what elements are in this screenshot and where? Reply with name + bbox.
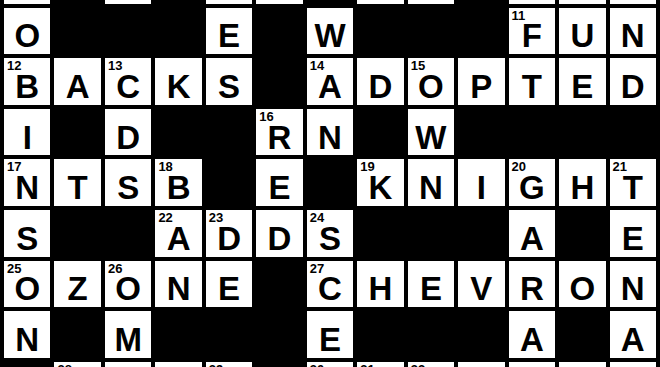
cell-r1c3 xyxy=(155,8,201,55)
cell-r4c10[interactable]: 20G xyxy=(509,159,555,206)
cell-r3c1 xyxy=(54,109,100,156)
cell-r7c0[interactable]: N xyxy=(4,311,50,358)
cell-r5c0[interactable]: S xyxy=(4,210,50,257)
cell-r6c6[interactable]: 27C xyxy=(307,261,353,308)
cell-r4c6 xyxy=(307,159,353,206)
cell-r2c6[interactable]: 14A xyxy=(307,58,353,105)
cell-r3c6[interactable]: N xyxy=(307,109,353,156)
cell-r2c12[interactable]: D xyxy=(610,58,656,105)
cell-r1c7 xyxy=(357,8,403,55)
cell-r6c8[interactable]: E xyxy=(408,261,454,308)
cell-r8c5 xyxy=(256,362,302,367)
cell-r3c8[interactable]: W xyxy=(408,109,454,156)
cell-r7c7 xyxy=(357,311,403,358)
cell-letter: V xyxy=(458,261,504,308)
cell-letter: D xyxy=(206,210,252,257)
cell-r6c7[interactable]: H xyxy=(357,261,403,308)
cell-letter: S xyxy=(206,58,252,105)
cell-r4c4 xyxy=(206,159,252,206)
cell-letter: R xyxy=(509,261,555,308)
cell-letter: A xyxy=(307,58,353,105)
cell-letter: O xyxy=(4,261,50,308)
cell-letter: E xyxy=(408,261,454,308)
cell-letter: N xyxy=(610,261,656,308)
crossword-puzzle: OEW11FUN12BA13CKS14AD15OPTEDID16RNW17NTS… xyxy=(0,0,660,367)
cell-letter: E xyxy=(256,159,302,206)
cell-r0c11[interactable] xyxy=(559,0,605,4)
cell-r8c10[interactable] xyxy=(509,362,555,367)
clue-number: 29 xyxy=(209,363,223,367)
cell-letter: S xyxy=(4,210,50,257)
cell-r3c0[interactable]: I xyxy=(4,109,50,156)
cell-letter: E xyxy=(307,311,353,358)
cell-letter: O xyxy=(105,261,151,308)
cell-r7c10[interactable]: A xyxy=(509,311,555,358)
cell-letter: B xyxy=(155,159,201,206)
cell-r5c4[interactable]: 23D xyxy=(206,210,252,257)
cell-r7c3 xyxy=(155,311,201,358)
cell-r7c5 xyxy=(256,311,302,358)
cell-r4c11[interactable]: H xyxy=(559,159,605,206)
cell-r1c11[interactable]: U xyxy=(559,8,605,55)
cell-letter: N xyxy=(610,8,656,55)
cell-r0c10[interactable] xyxy=(509,0,555,4)
cell-r0c3 xyxy=(155,0,201,4)
cell-r5c6[interactable]: 24S xyxy=(307,210,353,257)
cell-r8c1[interactable]: 28 xyxy=(54,362,100,367)
cell-r7c1 xyxy=(54,311,100,358)
cell-r5c2 xyxy=(105,210,151,257)
cell-r2c0[interactable]: 12B xyxy=(4,58,50,105)
cell-r4c0[interactable]: 17N xyxy=(4,159,50,206)
cell-letter: H xyxy=(357,261,403,308)
cell-r2c5 xyxy=(256,58,302,105)
cell-letter: N xyxy=(307,109,353,156)
cell-letter: S xyxy=(307,210,353,257)
cell-letter: R xyxy=(256,109,302,156)
cell-r8c3[interactable] xyxy=(155,362,201,367)
cell-r4c8[interactable]: N xyxy=(408,159,454,206)
cell-r7c12[interactable]: A xyxy=(610,311,656,358)
cell-r5c7 xyxy=(357,210,403,257)
cell-letter: S xyxy=(105,159,151,206)
cell-letter: I xyxy=(4,109,50,156)
cell-r1c6[interactable]: W xyxy=(307,8,353,55)
cell-r5c3[interactable]: 22A xyxy=(155,210,201,257)
cell-r7c8 xyxy=(408,311,454,358)
clue-number: 31 xyxy=(360,363,374,367)
cell-letter: O xyxy=(4,8,50,55)
cell-r3c12 xyxy=(610,109,656,156)
cell-r6c2[interactable]: 26O xyxy=(105,261,151,308)
cell-r3c5[interactable]: 16R xyxy=(256,109,302,156)
cell-r1c2 xyxy=(105,8,151,55)
cell-r0c0[interactable] xyxy=(4,0,50,4)
cell-r3c11 xyxy=(559,109,605,156)
cell-r3c3 xyxy=(155,109,201,156)
cell-r8c0 xyxy=(4,362,50,367)
cell-r4c7[interactable]: 19K xyxy=(357,159,403,206)
cell-r5c12[interactable]: E xyxy=(610,210,656,257)
cell-r1c0[interactable]: O xyxy=(4,8,50,55)
cell-r1c4[interactable]: E xyxy=(206,8,252,55)
cell-r2c1[interactable]: A xyxy=(54,58,100,105)
cell-r2c4[interactable]: S xyxy=(206,58,252,105)
cell-r8c4[interactable]: 29 xyxy=(206,362,252,367)
cell-r7c2[interactable]: M xyxy=(105,311,151,358)
cell-r6c5 xyxy=(256,261,302,308)
cell-r0c8[interactable] xyxy=(408,0,454,4)
cell-letter: P xyxy=(458,58,504,105)
cell-r2c10[interactable]: T xyxy=(509,58,555,105)
cell-r5c11 xyxy=(559,210,605,257)
cell-r8c7[interactable]: 31 xyxy=(357,362,403,367)
cell-letter: E xyxy=(610,210,656,257)
cell-r4c1[interactable]: T xyxy=(54,159,100,206)
cell-letter: D xyxy=(256,210,302,257)
cell-r6c9[interactable]: V xyxy=(458,261,504,308)
cell-letter: A xyxy=(610,311,656,358)
cell-r7c9 xyxy=(458,311,504,358)
cell-letter: N xyxy=(4,311,50,358)
cell-r2c7[interactable]: D xyxy=(357,58,403,105)
cell-letter: D xyxy=(105,109,151,156)
cell-r2c2[interactable]: 13C xyxy=(105,58,151,105)
cell-letter: B xyxy=(4,58,50,105)
cell-letter: Z xyxy=(54,261,100,308)
cell-r4c3[interactable]: 18B xyxy=(155,159,201,206)
cell-letter: A xyxy=(155,210,201,257)
cell-letter: C xyxy=(307,261,353,308)
cell-r1c12[interactable]: N xyxy=(610,8,656,55)
cell-r3c7 xyxy=(357,109,403,156)
cell-r0c9 xyxy=(458,0,504,4)
cell-r8c2[interactable] xyxy=(105,362,151,367)
cell-r6c12[interactable]: N xyxy=(610,261,656,308)
cell-r3c2[interactable]: D xyxy=(105,109,151,156)
cell-r4c2[interactable]: S xyxy=(105,159,151,206)
cell-letter: O xyxy=(408,58,454,105)
cell-r5c8 xyxy=(408,210,454,257)
cell-r8c9[interactable] xyxy=(458,362,504,367)
cell-r4c5[interactable]: E xyxy=(256,159,302,206)
cell-r5c10[interactable]: A xyxy=(509,210,555,257)
cell-r0c1 xyxy=(54,0,100,4)
cell-r2c3[interactable]: K xyxy=(155,58,201,105)
cell-letter: K xyxy=(155,58,201,105)
cell-letter: E xyxy=(206,8,252,55)
cell-r8c8[interactable]: 32 xyxy=(408,362,454,367)
cell-letter: F xyxy=(509,8,555,55)
cell-letter: U xyxy=(559,8,605,55)
cell-letter: T xyxy=(54,159,100,206)
cell-letter: N xyxy=(155,261,201,308)
cell-r6c11[interactable]: O xyxy=(559,261,605,308)
cell-r1c1 xyxy=(54,8,100,55)
cell-r8c11[interactable] xyxy=(559,362,605,367)
cell-r5c9 xyxy=(458,210,504,257)
cell-letter: H xyxy=(559,159,605,206)
cell-r0c2[interactable] xyxy=(105,0,151,4)
cell-letter: E xyxy=(559,58,605,105)
clue-number: 32 xyxy=(411,363,425,367)
cell-r0c6 xyxy=(307,0,353,4)
cell-r2c11[interactable]: E xyxy=(559,58,605,105)
clue-number: 28 xyxy=(57,363,71,367)
cell-r5c5[interactable]: D xyxy=(256,210,302,257)
cell-r1c10[interactable]: 11F xyxy=(509,8,555,55)
cell-r4c12[interactable]: 21T xyxy=(610,159,656,206)
cell-r4c9[interactable]: I xyxy=(458,159,504,206)
cell-letter: A xyxy=(509,210,555,257)
cell-r6c1[interactable]: Z xyxy=(54,261,100,308)
cell-letter: G xyxy=(509,159,555,206)
cell-r5c1 xyxy=(54,210,100,257)
cell-r7c11 xyxy=(559,311,605,358)
cell-letter: T xyxy=(610,159,656,206)
cell-r6c4[interactable]: E xyxy=(206,261,252,308)
cell-letter: W xyxy=(307,8,353,55)
cell-letter: E xyxy=(206,261,252,308)
cell-letter: O xyxy=(559,261,605,308)
cell-r8c12[interactable] xyxy=(610,362,656,367)
cell-letter: D xyxy=(610,58,656,105)
clue-number: 30 xyxy=(310,363,324,367)
cell-letter: D xyxy=(357,58,403,105)
cell-letter: I xyxy=(458,159,504,206)
cell-r3c4 xyxy=(206,109,252,156)
cell-r6c3[interactable]: N xyxy=(155,261,201,308)
cell-r7c6[interactable]: E xyxy=(307,311,353,358)
cell-letter: C xyxy=(105,58,151,105)
cell-letter: T xyxy=(509,58,555,105)
cell-r0c12[interactable] xyxy=(610,0,656,4)
cell-letter: N xyxy=(4,159,50,206)
cell-r1c8 xyxy=(408,8,454,55)
cell-r1c9 xyxy=(458,8,504,55)
cell-r0c4[interactable] xyxy=(206,0,252,4)
cell-letter: A xyxy=(54,58,100,105)
cell-r3c9 xyxy=(458,109,504,156)
cell-r2c9[interactable]: P xyxy=(458,58,504,105)
cell-r7c4 xyxy=(206,311,252,358)
cell-r0c5[interactable] xyxy=(256,0,302,4)
cell-r1c5 xyxy=(256,8,302,55)
cell-r6c10[interactable]: R xyxy=(509,261,555,308)
cell-letter: N xyxy=(408,159,454,206)
cell-r0c7[interactable] xyxy=(357,0,403,4)
cell-r3c10 xyxy=(509,109,555,156)
crossword-grid: OEW11FUN12BA13CKS14AD15OPTEDID16RNW17NTS… xyxy=(0,0,660,367)
cell-letter: W xyxy=(408,109,454,156)
cell-r6c0[interactable]: 25O xyxy=(4,261,50,308)
cell-r8c6[interactable]: 30 xyxy=(307,362,353,367)
cell-letter: A xyxy=(509,311,555,358)
cell-letter: M xyxy=(105,311,151,358)
cell-r2c8[interactable]: 15O xyxy=(408,58,454,105)
cell-letter: K xyxy=(357,159,403,206)
